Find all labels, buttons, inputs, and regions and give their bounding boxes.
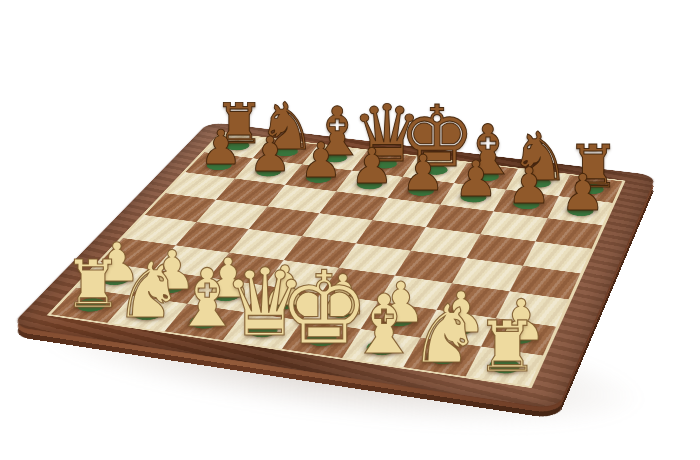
felt-base — [303, 330, 341, 348]
felt-base — [319, 151, 350, 163]
felt-base — [440, 319, 476, 337]
felt-base — [381, 311, 417, 328]
felt-base — [221, 139, 253, 151]
felt-base — [501, 328, 537, 346]
felt-base — [270, 145, 301, 157]
felt-base — [523, 176, 554, 189]
felt-base — [576, 182, 606, 195]
felt-base — [208, 286, 245, 303]
felt-base — [322, 302, 359, 319]
felt-base — [420, 163, 451, 176]
felt-base — [486, 357, 523, 376]
felt-base — [471, 170, 502, 183]
felt-base — [354, 177, 386, 190]
felt-base — [152, 278, 189, 294]
felt-base — [252, 165, 284, 178]
felt-base — [424, 348, 461, 367]
felt-base — [203, 159, 235, 172]
felt-base — [405, 184, 437, 197]
felt-base — [244, 321, 282, 339]
felt-base — [97, 271, 134, 287]
chess-set-photo: ♜♞♝♛♚♝♞♜♟♟♟♟♟♟♟♟♟♟♟♟♟♟♟♟♜♞♝♛♚♝♞♜ — [0, 0, 700, 460]
felt-base — [511, 197, 542, 211]
felt-base — [186, 313, 224, 330]
felt-base — [264, 294, 301, 311]
felt-base — [363, 339, 401, 357]
felt-base — [369, 157, 400, 170]
felt-base — [458, 190, 490, 204]
felt-base — [303, 171, 335, 184]
felt-base — [72, 297, 111, 314]
felt-base — [565, 204, 596, 218]
felt-base — [128, 305, 166, 322]
